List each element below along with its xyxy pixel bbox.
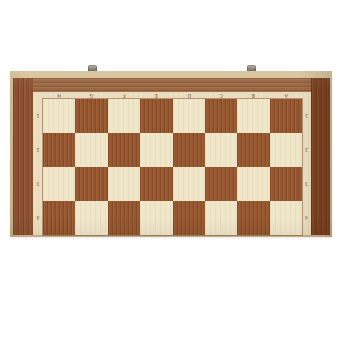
file-label: A: [270, 92, 302, 99]
square-e1: [140, 99, 172, 133]
square-b1: [237, 99, 269, 133]
square-e4: [140, 201, 172, 235]
coordinate-strip: HGFEDCBA 1234 1234: [33, 92, 311, 235]
square-b3: [237, 167, 269, 201]
file-labels: HGFEDCBA: [43, 92, 302, 99]
square-a2: [270, 133, 302, 167]
square-g2: [75, 133, 107, 167]
square-b4: [237, 201, 269, 235]
file-label: H: [43, 92, 75, 99]
square-a4: [270, 201, 302, 235]
square-h2: [43, 133, 75, 167]
square-h1: [43, 99, 75, 133]
square-e3: [140, 167, 172, 201]
rank-labels-right: 1234: [302, 99, 311, 235]
square-g1: [75, 99, 107, 133]
rank-labels-left: 1234: [33, 99, 43, 235]
square-d2: [173, 133, 205, 167]
square-f4: [108, 201, 140, 235]
square-a3: [270, 167, 302, 201]
square-a1: [270, 99, 302, 133]
rank-label: 4: [33, 201, 43, 235]
file-label: C: [205, 92, 237, 99]
square-g4: [75, 201, 107, 235]
board-border-left: [13, 78, 33, 235]
rank-label: 4: [302, 201, 311, 235]
square-b2: [237, 133, 269, 167]
square-e2: [140, 133, 172, 167]
rank-label: 2: [33, 133, 43, 167]
square-f3: [108, 167, 140, 201]
square-c3: [205, 167, 237, 201]
chess-board: HGFEDCBA 1234 1234: [10, 71, 332, 237]
square-f2: [108, 133, 140, 167]
square-h3: [43, 167, 75, 201]
square-f1: [108, 99, 140, 133]
rank-label: 1: [302, 99, 311, 133]
square-h4: [43, 201, 75, 235]
board-border-top: [13, 78, 330, 92]
rank-label: 3: [302, 167, 311, 201]
file-label: F: [108, 92, 140, 99]
square-d4: [173, 201, 205, 235]
rank-label: 2: [302, 133, 311, 167]
square-d1: [173, 99, 205, 133]
product-photo: HGFEDCBA 1234 1234: [0, 0, 340, 340]
square-c2: [205, 133, 237, 167]
file-label: E: [140, 92, 172, 99]
file-label: D: [173, 92, 205, 99]
board-squares: [43, 99, 302, 235]
board-border-right: [311, 78, 330, 235]
square-d3: [173, 167, 205, 201]
rank-label: 1: [33, 99, 43, 133]
square-g3: [75, 167, 107, 201]
file-label: G: [75, 92, 107, 99]
square-c4: [205, 201, 237, 235]
rank-label: 3: [33, 167, 43, 201]
square-c1: [205, 99, 237, 133]
file-label: B: [237, 92, 269, 99]
